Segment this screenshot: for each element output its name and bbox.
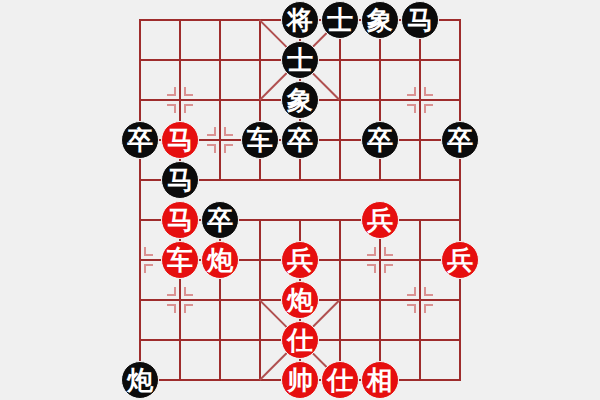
piece-black-soldier-g7[interactable]: 卒 bbox=[361, 121, 399, 159]
piece-red-horse-b7[interactable]: 马 bbox=[161, 121, 199, 159]
piece-red-soldier-e4[interactable]: 兵 bbox=[281, 241, 319, 279]
piece-black-general-e10[interactable]: 将 bbox=[281, 1, 319, 39]
piece-red-advisor-f1[interactable]: 仕 bbox=[321, 361, 359, 399]
pieces-grid: 将士象马士象卒马车卒卒卒马马卒兵车炮兵兵炮仕炮帅仕相 bbox=[120, 0, 480, 400]
piece-black-soldier-c5[interactable]: 卒 bbox=[201, 201, 239, 239]
piece-black-horse-h10[interactable]: 马 bbox=[401, 1, 439, 39]
piece-red-elephant-g1[interactable]: 相 bbox=[361, 361, 399, 399]
piece-red-soldier-g5[interactable]: 兵 bbox=[361, 201, 399, 239]
piece-red-chariot-b4[interactable]: 车 bbox=[161, 241, 199, 279]
piece-black-advisor-e9[interactable]: 士 bbox=[281, 41, 319, 79]
piece-black-elephant-e8[interactable]: 象 bbox=[281, 81, 319, 119]
piece-red-cannon-c4[interactable]: 炮 bbox=[201, 241, 239, 279]
piece-red-general-e1[interactable]: 帅 bbox=[281, 361, 319, 399]
xiangqi-board: 将士象马士象卒马车卒卒卒马马卒兵车炮兵兵炮仕炮帅仕相 bbox=[0, 0, 600, 400]
piece-red-soldier-i4[interactable]: 兵 bbox=[441, 241, 479, 279]
piece-black-horse-b6[interactable]: 马 bbox=[161, 161, 199, 199]
piece-black-advisor-f10[interactable]: 士 bbox=[321, 1, 359, 39]
piece-black-soldier-e7[interactable]: 卒 bbox=[281, 121, 319, 159]
piece-black-soldier-a7[interactable]: 卒 bbox=[121, 121, 159, 159]
piece-red-horse-b5[interactable]: 马 bbox=[161, 201, 199, 239]
piece-red-advisor-e2[interactable]: 仕 bbox=[281, 321, 319, 359]
piece-black-elephant-g10[interactable]: 象 bbox=[361, 1, 399, 39]
piece-red-cannon-e3[interactable]: 炮 bbox=[281, 281, 319, 319]
piece-black-soldier-i7[interactable]: 卒 bbox=[441, 121, 479, 159]
piece-black-cannon-a1[interactable]: 炮 bbox=[121, 361, 159, 399]
piece-black-chariot-d7[interactable]: 车 bbox=[241, 121, 279, 159]
